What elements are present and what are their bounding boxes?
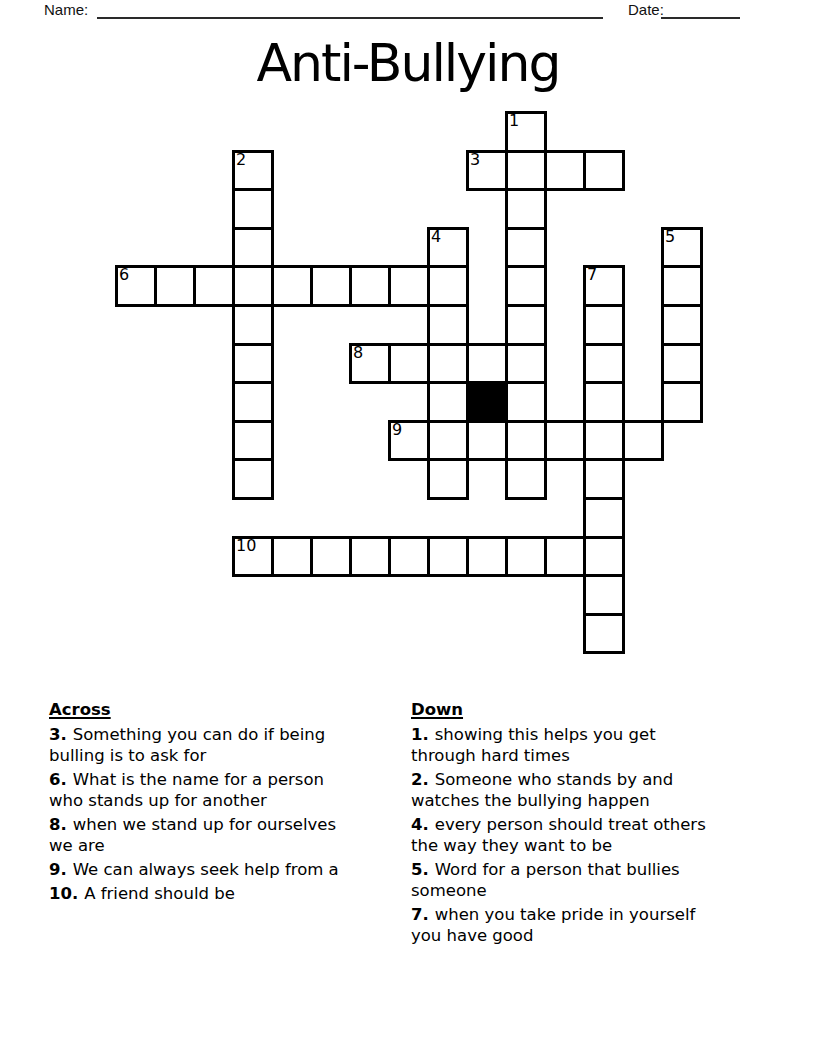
black-cell: [466, 381, 508, 423]
clue-number: 4.: [411, 815, 429, 834]
clue-down-7: 7.when you take pride in yourself you ha…: [411, 905, 715, 946]
crossword-worksheet: { "header": { "name_label": "Name:", "da…: [0, 0, 816, 1056]
grid-cell[interactable]: 7: [583, 265, 625, 307]
grid-cell[interactable]: [193, 265, 235, 307]
clue-down-2: 2.Someone who stands by and watches the …: [411, 770, 715, 811]
clue-number: 7.: [411, 905, 429, 924]
clue-number: 8.: [49, 815, 67, 834]
grid-cell[interactable]: [583, 150, 625, 192]
clue-across-10: 10.A friend should be: [49, 884, 352, 905]
grid-cell[interactable]: [466, 536, 508, 578]
grid-cell[interactable]: [583, 613, 625, 655]
grid-cell[interactable]: 10: [232, 536, 274, 578]
grid-cell[interactable]: [154, 265, 196, 307]
cell-number: 8: [353, 345, 363, 362]
grid-cell[interactable]: [232, 265, 274, 307]
grid-cell[interactable]: [232, 304, 274, 346]
grid-cell[interactable]: [427, 304, 469, 346]
clue-text: Word for a person that bullies someone: [411, 860, 680, 900]
grid-cell[interactable]: [427, 458, 469, 500]
across-clues-section: Across 3.Something you can do if being b…: [49, 700, 352, 909]
cell-number: 10: [236, 538, 256, 555]
clue-text: Someone who stands by and watches the bu…: [411, 770, 673, 810]
clue-number: 9.: [49, 860, 67, 879]
clue-down-1: 1.showing this helps you get through har…: [411, 725, 715, 766]
clue-number: 6.: [49, 770, 67, 789]
grid-cell[interactable]: [583, 343, 625, 385]
grid-cell[interactable]: 2: [232, 150, 274, 192]
grid-cell[interactable]: [271, 536, 313, 578]
clue-text: Something you can do if being bulling is…: [49, 725, 325, 765]
clue-number: 5.: [411, 860, 429, 879]
grid-cell[interactable]: [505, 150, 547, 192]
grid-cell[interactable]: [310, 265, 352, 307]
clue-text: when you take pride in yourself you have…: [411, 905, 695, 945]
clue-number: 2.: [411, 770, 429, 789]
grid-cell[interactable]: [232, 343, 274, 385]
grid-cell[interactable]: [349, 536, 391, 578]
grid-cell[interactable]: [505, 536, 547, 578]
grid-cell[interactable]: 1: [505, 111, 547, 153]
grid-cell[interactable]: 8: [349, 343, 391, 385]
grid-cell[interactable]: 6: [115, 265, 157, 307]
clue-down-4: 4.every person should treat others the w…: [411, 815, 715, 856]
name-blank-line[interactable]: [97, 0, 603, 19]
grid-cell[interactable]: 3: [466, 150, 508, 192]
grid-cell[interactable]: [427, 343, 469, 385]
grid-cell[interactable]: [661, 304, 703, 346]
grid-cell[interactable]: [466, 420, 508, 462]
grid-cell[interactable]: [583, 420, 625, 462]
grid-cell[interactable]: [427, 420, 469, 462]
cell-number: 9: [392, 422, 402, 439]
date-blank-line[interactable]: [661, 0, 740, 19]
grid-cell[interactable]: [583, 574, 625, 616]
cell-number: 7: [587, 267, 597, 284]
grid-cell[interactable]: [583, 381, 625, 423]
grid-cell[interactable]: [427, 536, 469, 578]
grid-cell[interactable]: [505, 227, 547, 269]
clue-text: What is the name for a person who stands…: [49, 770, 324, 810]
grid-cell[interactable]: [583, 536, 625, 578]
grid-cell[interactable]: [505, 265, 547, 307]
grid-cell[interactable]: [505, 304, 547, 346]
grid-cell[interactable]: [544, 420, 586, 462]
grid-cell[interactable]: [505, 420, 547, 462]
across-heading: Across: [49, 700, 352, 719]
clue-across-8: 8.when we stand up for ourselves we are: [49, 815, 352, 856]
grid-cell[interactable]: [232, 420, 274, 462]
grid-cell[interactable]: [505, 343, 547, 385]
grid-cell[interactable]: [427, 265, 469, 307]
grid-cell[interactable]: [388, 265, 430, 307]
grid-cell[interactable]: [544, 536, 586, 578]
grid-cell[interactable]: [661, 265, 703, 307]
grid-cell[interactable]: [661, 381, 703, 423]
grid-cell[interactable]: 9: [388, 420, 430, 462]
grid-cell[interactable]: [388, 536, 430, 578]
date-label: Date:: [628, 1, 664, 18]
down-clues-section: Down 1.showing this helps you get throug…: [411, 700, 715, 950]
page-title: Anti-Bullying: [0, 34, 816, 92]
grid-cell[interactable]: [505, 188, 547, 230]
grid-cell[interactable]: [388, 343, 430, 385]
grid-cell[interactable]: [232, 458, 274, 500]
cell-number: 1: [509, 113, 519, 130]
grid-cell[interactable]: 4: [427, 227, 469, 269]
grid-cell[interactable]: [661, 343, 703, 385]
grid-cell[interactable]: [466, 343, 508, 385]
clue-number: 10.: [49, 884, 78, 903]
cell-number: 5: [665, 229, 675, 246]
clue-text: when we stand up for ourselves we are: [49, 815, 336, 855]
clue-down-5: 5.Word for a person that bullies someone: [411, 860, 715, 901]
clue-text: We can always seek help from a: [73, 860, 339, 879]
clue-across-3: 3.Something you can do if being bulling …: [49, 725, 352, 766]
grid-cell[interactable]: 5: [661, 227, 703, 269]
grid-cell[interactable]: [427, 381, 469, 423]
grid-cell[interactable]: [583, 497, 625, 539]
grid-cell[interactable]: [349, 265, 391, 307]
grid-cell[interactable]: [622, 420, 664, 462]
down-heading: Down: [411, 700, 715, 719]
clue-text: showing this helps you get through hard …: [411, 725, 656, 765]
name-label: Name:: [44, 1, 88, 18]
grid-cell[interactable]: [232, 188, 274, 230]
clue-number: 3.: [49, 725, 67, 744]
grid-cell[interactable]: [583, 458, 625, 500]
grid-cell[interactable]: [232, 381, 274, 423]
crossword-grid: 12345678910: [115, 111, 705, 657]
cell-number: 3: [470, 152, 480, 169]
clue-text: every person should treat others the way…: [411, 815, 706, 855]
clue-text: A friend should be: [84, 884, 235, 903]
cell-number: 6: [119, 267, 129, 284]
grid-cell[interactable]: [505, 381, 547, 423]
grid-cell[interactable]: [310, 536, 352, 578]
grid-cell[interactable]: [271, 265, 313, 307]
cell-number: 4: [431, 229, 441, 246]
grid-cell[interactable]: [544, 150, 586, 192]
grid-cell[interactable]: [505, 458, 547, 500]
grid-cell[interactable]: [232, 227, 274, 269]
cell-number: 2: [236, 152, 246, 169]
clue-across-6: 6.What is the name for a person who stan…: [49, 770, 352, 811]
clue-number: 1.: [411, 725, 429, 744]
clue-across-9: 9.We can always seek help from a: [49, 860, 352, 881]
grid-cell[interactable]: [583, 304, 625, 346]
